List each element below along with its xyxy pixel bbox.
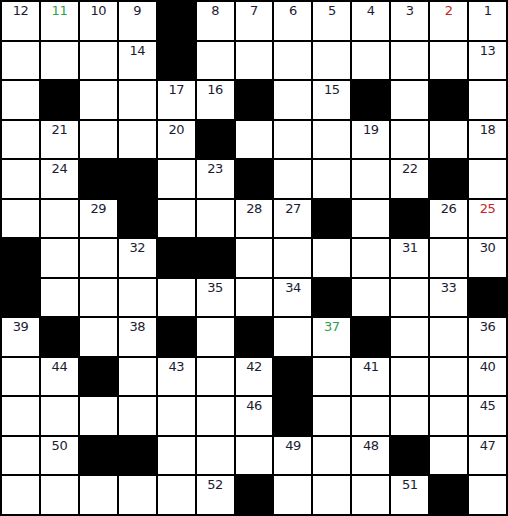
clue-number-33: 33 [430,280,467,295]
cell-r1c3[interactable]: 10 [80,2,117,40]
clue-number-37: 37 [313,319,350,334]
cell-r5c5[interactable] [158,160,195,198]
clue-number-14: 14 [119,43,156,58]
cell-r1c6[interactable]: 8 [197,2,234,40]
clue-number-29: 29 [80,201,117,216]
cell-r9c4[interactable]: 38 [119,318,156,356]
cell-r3c8[interactable] [274,81,311,119]
clue-number-44: 44 [41,359,78,374]
cell-r9c6[interactable] [197,318,234,356]
block-cell-r9c2 [41,318,78,356]
clue-number-6: 6 [274,3,311,18]
clue-number-41: 41 [352,359,389,374]
cell-r11c12[interactable] [430,397,467,435]
cell-r10c10[interactable]: 41 [352,358,389,396]
clue-number-20: 20 [158,122,195,137]
block-cell-r3c10 [352,81,389,119]
clue-number-46: 46 [236,398,273,413]
cell-r13c1[interactable] [2,476,39,514]
block-cell-r9c7 [236,318,273,356]
cell-r7c10[interactable] [352,239,389,277]
cell-r3c13[interactable] [469,81,506,119]
clue-number-4: 4 [352,3,389,18]
block-cell-r11c8 [274,397,311,435]
cell-r13c10[interactable] [352,476,389,514]
cell-r2c2[interactable] [41,42,78,80]
clue-number-45: 45 [469,398,506,413]
cell-r13c8[interactable] [274,476,311,514]
cell-r10c12[interactable] [430,358,467,396]
clue-number-16: 16 [197,82,234,97]
block-cell-r12c11 [391,437,428,475]
cell-r6c2[interactable] [41,200,78,238]
clue-number-47: 47 [469,438,506,453]
clue-number-3: 3 [391,3,428,18]
clue-number-13: 13 [469,43,506,58]
clue-number-35: 35 [197,280,234,295]
block-cell-r12c3 [80,437,117,475]
cell-r11c5[interactable] [158,397,195,435]
cell-r7c11[interactable]: 31 [391,239,428,277]
cell-r9c8[interactable] [274,318,311,356]
cell-r10c11[interactable] [391,358,428,396]
block-cell-r5c12 [430,160,467,198]
cell-r5c1[interactable] [2,160,39,198]
clue-number-11: 11 [41,3,78,18]
clue-number-18: 18 [469,122,506,137]
clue-number-42: 42 [236,359,273,374]
clue-number-8: 8 [197,3,234,18]
cell-r5c13[interactable] [469,160,506,198]
block-cell-r10c8 [274,358,311,396]
cell-r2c6[interactable] [197,42,234,80]
cell-r10c6[interactable] [197,358,234,396]
cell-r13c9[interactable] [313,476,350,514]
cell-r4c2[interactable]: 21 [41,121,78,159]
cell-r5c8[interactable] [274,160,311,198]
cell-r8c5[interactable] [158,279,195,317]
cell-r9c11[interactable] [391,318,428,356]
cell-r10c7[interactable]: 42 [236,358,273,396]
cell-r3c3[interactable] [80,81,117,119]
cell-r8c4[interactable] [119,279,156,317]
clue-number-38: 38 [119,319,156,334]
cell-r4c9[interactable] [313,121,350,159]
clue-number-23: 23 [197,161,234,176]
cell-r7c9[interactable] [313,239,350,277]
cell-r4c7[interactable] [236,121,273,159]
cell-r2c9[interactable] [313,42,350,80]
clue-number-27: 27 [274,201,311,216]
cell-r13c6[interactable]: 52 [197,476,234,514]
clue-number-19: 19 [352,122,389,137]
clue-number-1: 1 [469,3,506,18]
cell-r9c3[interactable] [80,318,117,356]
cell-r8c2[interactable] [41,279,78,317]
cell-r5c9[interactable] [313,160,350,198]
cell-r4c4[interactable] [119,121,156,159]
cell-r5c10[interactable] [352,160,389,198]
cell-r11c10[interactable] [352,397,389,435]
clue-number-17: 17 [158,82,195,97]
cell-r5c2[interactable]: 24 [41,160,78,198]
cell-r8c7[interactable] [236,279,273,317]
block-cell-r6c9 [313,200,350,238]
cell-r12c13[interactable]: 47 [469,437,506,475]
cell-r2c8[interactable] [274,42,311,80]
cell-r1c10[interactable]: 4 [352,2,389,40]
cell-r10c13[interactable]: 40 [469,358,506,396]
clue-number-22: 22 [391,161,428,176]
block-cell-r8c9 [313,279,350,317]
cell-r7c13[interactable]: 30 [469,239,506,277]
cell-r5c6[interactable]: 23 [197,160,234,198]
block-cell-r8c1 [2,279,39,317]
cell-r10c2[interactable]: 44 [41,358,78,396]
block-cell-r5c3 [80,160,117,198]
cell-r9c13[interactable]: 36 [469,318,506,356]
clue-number-30: 30 [469,240,506,255]
cell-r12c10[interactable]: 48 [352,437,389,475]
cell-r4c10[interactable]: 19 [352,121,389,159]
cell-r4c12[interactable] [430,121,467,159]
cell-r12c8[interactable]: 49 [274,437,311,475]
cell-r8c3[interactable] [80,279,117,317]
clue-number-40: 40 [469,359,506,374]
cell-r12c2[interactable]: 50 [41,437,78,475]
cell-r10c9[interactable] [313,358,350,396]
crossword-grid: 1211109876543211413171615212019182423222… [0,0,508,516]
cell-r7c7[interactable] [236,239,273,277]
cell-r2c10[interactable] [352,42,389,80]
cell-r2c11[interactable] [391,42,428,80]
block-cell-r9c10 [352,318,389,356]
cell-r9c12[interactable] [430,318,467,356]
clue-number-15: 15 [313,82,350,97]
cell-r2c7[interactable] [236,42,273,80]
block-cell-r7c1 [2,239,39,277]
cell-r6c7[interactable]: 28 [236,200,273,238]
block-cell-r4c6 [197,121,234,159]
cell-r11c4[interactable] [119,397,156,435]
cell-r8c6[interactable]: 35 [197,279,234,317]
block-cell-r3c7 [236,81,273,119]
cell-r11c11[interactable] [391,397,428,435]
cell-r10c5[interactable]: 43 [158,358,195,396]
cell-r4c1[interactable] [2,121,39,159]
block-cell-r2c5 [158,42,195,80]
block-cell-r9c5 [158,318,195,356]
cell-r10c4[interactable] [119,358,156,396]
clue-number-36: 36 [469,319,506,334]
cell-r6c5[interactable] [158,200,195,238]
cell-r1c9[interactable]: 5 [313,2,350,40]
clue-number-39: 39 [2,319,39,334]
clue-number-5: 5 [313,3,350,18]
cell-r4c5[interactable]: 20 [158,121,195,159]
clue-number-25: 25 [469,201,506,216]
cell-r6c12[interactable]: 26 [430,200,467,238]
cell-r11c3[interactable] [80,397,117,435]
block-cell-r7c6 [197,239,234,277]
cell-r7c2[interactable] [41,239,78,277]
cell-r6c1[interactable] [2,200,39,238]
clue-number-50: 50 [41,438,78,453]
cell-r11c1[interactable] [2,397,39,435]
block-cell-r1c5 [158,2,195,40]
clue-number-26: 26 [430,201,467,216]
cell-r2c13[interactable]: 13 [469,42,506,80]
clue-number-28: 28 [236,201,273,216]
cell-r8c11[interactable] [391,279,428,317]
clue-number-48: 48 [352,438,389,453]
cell-r13c3[interactable] [80,476,117,514]
cell-r6c3[interactable]: 29 [80,200,117,238]
cell-r12c9[interactable] [313,437,350,475]
block-cell-r12c4 [119,437,156,475]
cell-r10c1[interactable] [2,358,39,396]
block-cell-r13c7 [236,476,273,514]
cell-r4c11[interactable] [391,121,428,159]
cell-r6c8[interactable]: 27 [274,200,311,238]
cell-r1c12[interactable]: 2 [430,2,467,40]
block-cell-r6c4 [119,200,156,238]
cell-r12c5[interactable] [158,437,195,475]
clue-number-21: 21 [41,122,78,137]
cell-r1c2[interactable]: 11 [41,2,78,40]
cell-r2c3[interactable] [80,42,117,80]
cell-r6c10[interactable] [352,200,389,238]
cell-r12c6[interactable] [197,437,234,475]
clue-number-2: 2 [430,3,467,18]
cell-r6c13[interactable]: 25 [469,200,506,238]
block-cell-r5c4 [119,160,156,198]
cell-r6c6[interactable] [197,200,234,238]
clue-number-31: 31 [391,240,428,255]
cell-r1c13[interactable]: 1 [469,2,506,40]
block-cell-r7c5 [158,239,195,277]
clue-number-52: 52 [197,477,234,492]
cell-r3c5[interactable]: 17 [158,81,195,119]
cell-r4c13[interactable]: 18 [469,121,506,159]
cell-r3c11[interactable] [391,81,428,119]
clue-number-49: 49 [274,438,311,453]
cell-r13c2[interactable] [41,476,78,514]
cell-r11c2[interactable] [41,397,78,435]
cell-r7c12[interactable] [430,239,467,277]
cell-r12c1[interactable] [2,437,39,475]
cell-r2c4[interactable]: 14 [119,42,156,80]
clue-number-7: 7 [236,3,273,18]
block-cell-r8c13 [469,279,506,317]
cell-r12c12[interactable] [430,437,467,475]
clue-number-34: 34 [274,280,311,295]
cell-r3c9[interactable]: 15 [313,81,350,119]
cell-r11c6[interactable] [197,397,234,435]
cell-r11c9[interactable] [313,397,350,435]
clue-number-24: 24 [41,161,78,176]
cell-r11c7[interactable]: 46 [236,397,273,435]
clue-number-9: 9 [119,3,156,18]
cell-r2c1[interactable] [2,42,39,80]
block-cell-r10c3 [80,358,117,396]
cell-r1c8[interactable]: 6 [274,2,311,40]
cell-r4c8[interactable] [274,121,311,159]
cell-r1c1[interactable]: 12 [2,2,39,40]
cell-r3c6[interactable]: 16 [197,81,234,119]
cell-r3c4[interactable] [119,81,156,119]
cell-r2c12[interactable] [430,42,467,80]
cell-r7c4[interactable]: 32 [119,239,156,277]
cell-r3c1[interactable] [2,81,39,119]
block-cell-r3c2 [41,81,78,119]
cell-r13c13[interactable] [469,476,506,514]
cell-r13c11[interactable]: 51 [391,476,428,514]
cell-r4c3[interactable] [80,121,117,159]
clue-number-12: 12 [2,3,39,18]
cell-r7c8[interactable] [274,239,311,277]
cell-r7c3[interactable] [80,239,117,277]
cell-r13c4[interactable] [119,476,156,514]
block-cell-r13c12 [430,476,467,514]
clue-number-32: 32 [119,240,156,255]
clue-number-10: 10 [80,3,117,18]
cell-r12c7[interactable] [236,437,273,475]
clue-number-43: 43 [158,359,195,374]
cell-r11c13[interactable]: 45 [469,397,506,435]
block-cell-r3c12 [430,81,467,119]
cell-r1c4[interactable]: 9 [119,2,156,40]
block-cell-r6c11 [391,200,428,238]
cell-r8c10[interactable] [352,279,389,317]
cell-r8c12[interactable]: 33 [430,279,467,317]
cell-r8c8[interactable]: 34 [274,279,311,317]
cell-r5c11[interactable]: 22 [391,160,428,198]
block-cell-r5c7 [236,160,273,198]
cell-r1c11[interactable]: 3 [391,2,428,40]
clue-number-51: 51 [391,477,428,492]
cell-r1c7[interactable]: 7 [236,2,273,40]
cell-r9c9[interactable]: 37 [313,318,350,356]
cell-r13c5[interactable] [158,476,195,514]
cell-r9c1[interactable]: 39 [2,318,39,356]
